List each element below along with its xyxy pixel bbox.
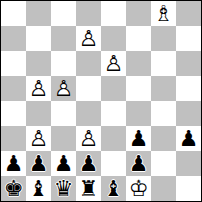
square-c8[interactable]: [51, 1, 76, 26]
black-pawn-c2: ♟: [51, 151, 76, 176]
white-pawn-e6: ♟♙: [101, 51, 126, 76]
white-pawn-d3: ♟♙: [76, 126, 101, 151]
square-d3[interactable]: ♟♙: [76, 126, 101, 151]
square-h4[interactable]: [176, 101, 201, 126]
square-e8[interactable]: [101, 1, 126, 26]
square-f1[interactable]: ♚♔: [126, 176, 151, 201]
square-h8[interactable]: [176, 1, 201, 26]
square-c2[interactable]: ♟: [51, 151, 76, 176]
square-f3[interactable]: ♟: [126, 126, 151, 151]
black-king-icon: ♚: [1, 176, 26, 201]
square-a6[interactable]: [1, 51, 26, 76]
square-a7[interactable]: [1, 26, 26, 51]
white-pawn-icon: ♙: [51, 76, 76, 101]
square-e1[interactable]: ♝: [101, 176, 126, 201]
square-b8[interactable]: [26, 1, 51, 26]
white-bishop-g8: ♝♗: [151, 1, 176, 26]
square-d6[interactable]: [76, 51, 101, 76]
black-pawn-f3: ♟: [126, 126, 151, 151]
white-pawn-b3: ♟♙: [26, 126, 51, 151]
square-c1[interactable]: ♛: [51, 176, 76, 201]
square-e7[interactable]: [101, 26, 126, 51]
square-b2[interactable]: ♟: [26, 151, 51, 176]
white-pawn-icon: ♙: [101, 51, 126, 76]
square-h6[interactable]: [176, 51, 201, 76]
chess-board: ♝♗♟♙♟♙♟♙♟♙♟♙♟♙♟♟♟♟♟♟♟♚♝♛♜♝♚♔: [0, 0, 202, 202]
square-d4[interactable]: [76, 101, 101, 126]
square-c3[interactable]: [51, 126, 76, 151]
white-pawn-icon: ♙: [26, 126, 51, 151]
black-pawn-a2: ♟: [1, 151, 26, 176]
square-f6[interactable]: [126, 51, 151, 76]
black-pawn-icon: ♟: [126, 151, 151, 176]
square-d8[interactable]: [76, 1, 101, 26]
square-e3[interactable]: [101, 126, 126, 151]
square-g7[interactable]: [151, 26, 176, 51]
square-f5[interactable]: [126, 76, 151, 101]
square-a1[interactable]: ♚: [1, 176, 26, 201]
square-b5[interactable]: ♟♙: [26, 76, 51, 101]
square-g4[interactable]: [151, 101, 176, 126]
white-pawn-icon: ♙: [76, 26, 101, 51]
square-a3[interactable]: [1, 126, 26, 151]
square-a8[interactable]: [1, 1, 26, 26]
square-b6[interactable]: [26, 51, 51, 76]
square-a2[interactable]: ♟: [1, 151, 26, 176]
black-queen-icon: ♛: [51, 176, 76, 201]
white-pawn-c5: ♟♙: [51, 76, 76, 101]
square-f4[interactable]: [126, 101, 151, 126]
white-pawn-b5: ♟♙: [26, 76, 51, 101]
square-f8[interactable]: [126, 1, 151, 26]
black-bishop-b1: ♝: [26, 176, 51, 201]
square-a4[interactable]: [1, 101, 26, 126]
square-h3[interactable]: ♟: [176, 126, 201, 151]
square-g8[interactable]: ♝♗: [151, 1, 176, 26]
black-rook-d1: ♜: [76, 176, 101, 201]
square-d2[interactable]: ♟: [76, 151, 101, 176]
square-e2[interactable]: [101, 151, 126, 176]
square-c5[interactable]: ♟♙: [51, 76, 76, 101]
square-g1[interactable]: [151, 176, 176, 201]
white-king-icon: ♔: [126, 176, 151, 201]
square-b1[interactable]: ♝: [26, 176, 51, 201]
square-h1[interactable]: [176, 176, 201, 201]
square-g2[interactable]: [151, 151, 176, 176]
square-f7[interactable]: [126, 26, 151, 51]
square-d5[interactable]: [76, 76, 101, 101]
black-bishop-e1: ♝: [101, 176, 126, 201]
white-bishop-icon: ♗: [151, 1, 176, 26]
square-h7[interactable]: [176, 26, 201, 51]
square-g3[interactable]: [151, 126, 176, 151]
square-h2[interactable]: [176, 151, 201, 176]
square-b7[interactable]: [26, 26, 51, 51]
square-e6[interactable]: ♟♙: [101, 51, 126, 76]
square-g6[interactable]: [151, 51, 176, 76]
square-a5[interactable]: [1, 76, 26, 101]
white-pawn-icon: ♙: [76, 126, 101, 151]
black-rook-icon: ♜: [76, 176, 101, 201]
square-d7[interactable]: ♟♙: [76, 26, 101, 51]
square-e4[interactable]: [101, 101, 126, 126]
black-pawn-h3: ♟: [176, 126, 201, 151]
black-pawn-icon: ♟: [76, 151, 101, 176]
square-b4[interactable]: [26, 101, 51, 126]
square-g5[interactable]: [151, 76, 176, 101]
square-d1[interactable]: ♜: [76, 176, 101, 201]
square-e5[interactable]: [101, 76, 126, 101]
black-pawn-icon: ♟: [1, 151, 26, 176]
white-king-f1: ♚♔: [126, 176, 151, 201]
square-c6[interactable]: [51, 51, 76, 76]
black-pawn-b2: ♟: [26, 151, 51, 176]
square-h5[interactable]: [176, 76, 201, 101]
black-bishop-icon: ♝: [101, 176, 126, 201]
black-pawn-d2: ♟: [76, 151, 101, 176]
black-pawn-icon: ♟: [26, 151, 51, 176]
black-queen-c1: ♛: [51, 176, 76, 201]
black-bishop-icon: ♝: [26, 176, 51, 201]
square-c4[interactable]: [51, 101, 76, 126]
black-king-a1: ♚: [1, 176, 26, 201]
black-pawn-icon: ♟: [126, 126, 151, 151]
black-pawn-icon: ♟: [176, 126, 201, 151]
square-c7[interactable]: [51, 26, 76, 51]
white-pawn-d7: ♟♙: [76, 26, 101, 51]
square-b3[interactable]: ♟♙: [26, 126, 51, 151]
black-pawn-f2: ♟: [126, 151, 151, 176]
white-pawn-icon: ♙: [26, 76, 51, 101]
black-pawn-icon: ♟: [51, 151, 76, 176]
square-f2[interactable]: ♟: [126, 151, 151, 176]
